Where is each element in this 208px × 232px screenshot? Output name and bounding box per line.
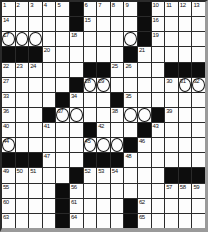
cell-r6c3[interactable]	[29, 78, 42, 92]
block-cell-r5c14	[179, 63, 192, 77]
cell-r11c12[interactable]	[152, 153, 165, 167]
block-cell-r11c7	[84, 153, 97, 167]
clue-number: 45	[85, 138, 91, 145]
clue-number: 20	[44, 47, 50, 54]
block-cell-r4c1	[2, 47, 15, 61]
circle-marker	[29, 32, 42, 46]
cell-r1c13[interactable]: 11	[165, 2, 178, 16]
cell-r7c6[interactable]: 34	[70, 93, 83, 107]
clue-number: 56	[71, 184, 77, 191]
cell-r5c4[interactable]	[43, 63, 56, 77]
block-cell-r11c8	[97, 153, 110, 167]
cell-r2c7[interactable]: 15	[84, 17, 97, 31]
cell-r13c2[interactable]	[16, 184, 29, 198]
cell-r5c2[interactable]: 23	[16, 63, 29, 77]
clue-number: 14	[3, 17, 9, 24]
cell-r15c12[interactable]	[152, 214, 165, 228]
block-cell-r5c15	[192, 63, 205, 77]
cell-r6c9[interactable]	[111, 78, 124, 92]
cell-r6c4[interactable]	[43, 78, 56, 92]
cell-r1c2[interactable]: 2	[16, 2, 29, 16]
cell-r7c1[interactable]: 33	[2, 93, 15, 107]
clue-number: 12	[180, 2, 186, 9]
clue-number: 62	[139, 199, 145, 206]
clue-number: 47	[44, 153, 50, 160]
cell-r10c8[interactable]	[97, 138, 110, 152]
clue-number: 7	[98, 2, 101, 9]
clue-number: 49	[3, 168, 9, 175]
cell-r8c5[interactable]: 37	[56, 108, 69, 122]
block-cell-r7c9	[111, 93, 124, 107]
clue-number: 26	[125, 63, 131, 70]
clue-number: 31	[180, 78, 186, 85]
cell-r2c8[interactable]	[97, 17, 110, 31]
block-cell-r8c12	[152, 108, 165, 122]
cell-r3c13[interactable]	[165, 32, 178, 46]
clue-number: 15	[85, 17, 91, 24]
cell-r6c10[interactable]	[124, 78, 137, 92]
cell-r7c10[interactable]: 35	[124, 93, 137, 107]
clue-number: 53	[98, 168, 104, 175]
cell-r6c7[interactable]: 28	[84, 78, 97, 92]
cell-r6c1[interactable]: 27	[2, 78, 15, 92]
cell-r6c12[interactable]	[152, 78, 165, 92]
clue-number: 37	[57, 108, 63, 115]
block-cell-r5c13	[165, 63, 178, 77]
cell-r12c9[interactable]: 54	[111, 168, 124, 182]
clue-number: 46	[139, 138, 145, 145]
cell-r3c14[interactable]	[179, 32, 192, 46]
cell-r9c13[interactable]	[165, 123, 178, 137]
cell-r7c14[interactable]	[179, 93, 192, 107]
cell-r9c10[interactable]	[124, 123, 137, 137]
cell-r9c15[interactable]	[192, 123, 205, 137]
cell-r1c1[interactable]: 1	[2, 2, 15, 16]
clue-number: 63	[3, 214, 9, 221]
cell-r6c13[interactable]: 30	[165, 78, 178, 92]
cell-r11c4[interactable]: 47	[43, 153, 56, 167]
clue-number: 60	[3, 199, 9, 206]
cell-r2c1[interactable]: 14	[2, 17, 15, 31]
cell-r8c14[interactable]	[179, 108, 192, 122]
clue-number: 57	[166, 184, 172, 191]
cell-r3c6[interactable]: 18	[70, 32, 83, 46]
block-cell-r15c10	[124, 214, 137, 228]
clue-number: 30	[166, 78, 172, 85]
block-cell-r12c14	[179, 168, 192, 182]
cell-r14c11[interactable]: 62	[138, 199, 151, 213]
cell-r13c8[interactable]	[97, 184, 110, 198]
cell-r5c6[interactable]	[70, 63, 83, 77]
cell-r1c4[interactable]: 4	[43, 2, 56, 16]
circle-marker	[124, 108, 137, 122]
cell-r4c12[interactable]	[152, 47, 165, 61]
clue-number: 17	[3, 32, 9, 39]
cell-r5c9[interactable]: 25	[111, 63, 124, 77]
cell-r11c6[interactable]	[70, 153, 83, 167]
cell-r9c4[interactable]: 41	[43, 123, 56, 137]
cell-r11c15[interactable]	[192, 153, 205, 167]
cell-r13c6[interactable]: 56	[70, 184, 83, 198]
cell-r8c7[interactable]	[84, 108, 97, 122]
block-cell-r5c7	[84, 63, 97, 77]
cell-r13c10[interactable]	[124, 184, 137, 198]
cell-r4c7[interactable]	[84, 47, 97, 61]
block-cell-r9c7	[84, 123, 97, 137]
cell-r3c9[interactable]	[111, 32, 124, 46]
clue-number: 48	[125, 153, 131, 160]
clue-number: 8	[112, 2, 115, 9]
cell-r1c7[interactable]: 6	[84, 2, 97, 16]
cell-r12c3[interactable]: 51	[29, 168, 42, 182]
cell-r14c3[interactable]	[29, 199, 42, 213]
clue-number: 59	[193, 184, 199, 191]
cell-r9c9[interactable]	[111, 123, 124, 137]
clue-number: 1	[3, 2, 6, 9]
cell-r6c14[interactable]: 31	[179, 78, 192, 92]
cell-r13c4[interactable]	[43, 184, 56, 198]
cell-r2c2[interactable]	[16, 17, 29, 31]
cell-r5c11[interactable]	[138, 63, 151, 77]
cell-r4c14[interactable]	[179, 47, 192, 61]
block-cell-r5c8	[97, 63, 110, 77]
cell-r10c7[interactable]: 45	[84, 138, 97, 152]
cell-r13c12[interactable]	[152, 184, 165, 198]
cell-r13c11[interactable]	[138, 184, 151, 198]
cell-r14c2[interactable]	[16, 199, 29, 213]
cell-r8c9[interactable]: 38	[111, 108, 124, 122]
cell-r13c3[interactable]	[29, 184, 42, 198]
circle-marker	[16, 32, 29, 46]
cell-r5c12[interactable]	[152, 63, 165, 77]
cell-r15c7[interactable]	[84, 214, 97, 228]
clue-number: 51	[30, 168, 36, 175]
block-cell-r9c11	[138, 123, 151, 137]
cell-r15c13[interactable]	[165, 214, 178, 228]
cell-r15c3[interactable]	[29, 214, 42, 228]
cell-r6c11[interactable]	[138, 78, 151, 92]
cell-r11c14[interactable]	[179, 153, 192, 167]
cell-r14c1[interactable]: 60	[2, 199, 15, 213]
cell-r3c8[interactable]	[97, 32, 110, 46]
clue-number: 54	[112, 168, 118, 175]
clue-number: 55	[3, 184, 9, 191]
block-cell-r10c10	[124, 138, 137, 152]
block-cell-r4c3	[29, 47, 42, 61]
cell-r2c3[interactable]	[29, 17, 42, 31]
cell-r3c12[interactable]: 19	[152, 32, 165, 46]
cell-r10c13[interactable]	[165, 138, 178, 152]
circle-marker	[138, 108, 151, 122]
clue-number: 29	[98, 78, 104, 85]
clue-number: 38	[112, 108, 118, 115]
cell-r1c14[interactable]: 12	[179, 2, 192, 16]
cell-r3c2[interactable]	[16, 32, 29, 46]
circle-marker	[97, 138, 110, 152]
clue-number: 23	[17, 63, 23, 70]
clue-number: 11	[166, 2, 171, 9]
cell-r14c6[interactable]: 61	[70, 199, 83, 213]
cell-r10c6[interactable]	[70, 138, 83, 152]
block-cell-r1c6	[70, 2, 83, 16]
cell-r3c3[interactable]	[29, 32, 42, 46]
cell-r8c1[interactable]: 36	[2, 108, 15, 122]
cell-r14c13[interactable]	[165, 199, 178, 213]
cell-r10c12[interactable]	[152, 138, 165, 152]
cell-r15c9[interactable]	[111, 214, 124, 228]
cell-r3c15[interactable]	[192, 32, 205, 46]
cell-r2c9[interactable]	[111, 17, 124, 31]
cell-r13c1[interactable]: 55	[2, 184, 15, 198]
clue-number: 50	[17, 168, 23, 175]
cell-r4c8[interactable]	[97, 47, 110, 61]
cell-r4c5[interactable]	[56, 47, 69, 61]
cell-r5c1[interactable]: 22	[2, 63, 15, 77]
cell-r1c3[interactable]: 3	[29, 2, 42, 16]
block-cell-r2c6	[70, 17, 83, 31]
clue-number: 6	[85, 2, 88, 9]
block-cell-r11c9	[111, 153, 124, 167]
cell-r9c8[interactable]: 42	[97, 123, 110, 137]
clue-number: 10	[153, 2, 159, 9]
cell-r7c3[interactable]	[29, 93, 42, 107]
clue-number: 25	[112, 63, 118, 70]
clue-number: 3	[30, 2, 33, 9]
cell-r15c8[interactable]	[97, 214, 110, 228]
cell-r12c12[interactable]	[152, 168, 165, 182]
cell-r14c9[interactable]	[111, 199, 124, 213]
clue-number: 16	[153, 17, 159, 24]
block-cell-r15c5	[56, 214, 69, 228]
cell-r6c2[interactable]	[16, 78, 29, 92]
cell-r14c12[interactable]	[152, 199, 165, 213]
cell-r8c3[interactable]	[29, 108, 42, 122]
cell-r7c8[interactable]	[97, 93, 110, 107]
cell-r15c14[interactable]	[179, 214, 192, 228]
cell-r13c7[interactable]	[84, 184, 97, 198]
cell-r7c4[interactable]	[43, 93, 56, 107]
block-cell-r4c2	[16, 47, 29, 61]
block-cell-r8c4	[43, 108, 56, 122]
cell-r8c2[interactable]	[16, 108, 29, 122]
cell-r7c12[interactable]	[152, 93, 165, 107]
cell-r10c4[interactable]	[43, 138, 56, 152]
block-cell-r13c5	[56, 184, 69, 198]
cell-r9c14[interactable]	[179, 123, 192, 137]
cell-r3c5[interactable]	[56, 32, 69, 46]
clue-number: 42	[98, 123, 104, 130]
clue-number: 61	[71, 199, 77, 206]
cell-r12c1[interactable]: 49	[2, 168, 15, 182]
cell-r12c4[interactable]	[43, 168, 56, 182]
block-cell-r6c6	[70, 78, 83, 92]
cell-r1c8[interactable]: 7	[97, 2, 110, 16]
cell-r11c13[interactable]	[165, 153, 178, 167]
cell-r1c12[interactable]: 10	[152, 2, 165, 16]
clue-number: 40	[3, 123, 9, 130]
cell-r14c14[interactable]	[179, 199, 192, 213]
cell-r4c11[interactable]: 21	[138, 47, 151, 61]
cell-r1c5[interactable]: 5	[56, 2, 69, 16]
cell-r2c14[interactable]	[179, 17, 192, 31]
clue-number: 24	[30, 63, 36, 70]
cell-r5c10[interactable]: 26	[124, 63, 137, 77]
cell-r14c4[interactable]	[43, 199, 56, 213]
clue-number: 36	[3, 108, 9, 115]
cell-r8c8[interactable]	[97, 108, 110, 122]
clue-number: 39	[166, 108, 172, 115]
cell-r7c7[interactable]	[84, 93, 97, 107]
cell-r2c10[interactable]	[124, 17, 137, 31]
clue-number: 35	[125, 93, 131, 100]
cell-r9c3[interactable]	[29, 123, 42, 137]
cell-r3c1[interactable]: 17	[2, 32, 15, 46]
cell-r7c13[interactable]	[165, 93, 178, 107]
cell-r3c10[interactable]	[124, 32, 137, 46]
cell-r1c10[interactable]: 9	[124, 2, 137, 16]
block-cell-r11c3	[29, 153, 42, 167]
circle-marker	[111, 138, 124, 152]
clue-number: 18	[71, 32, 77, 39]
cell-r10c14[interactable]	[179, 138, 192, 152]
block-cell-r11c1	[2, 153, 15, 167]
cell-r1c9[interactable]: 8	[111, 2, 124, 16]
cell-r12c10[interactable]	[124, 168, 137, 182]
cell-r8c6[interactable]	[70, 108, 83, 122]
clue-number: 44	[3, 138, 9, 145]
block-cell-r12c13	[165, 168, 178, 182]
cell-r12c8[interactable]: 53	[97, 168, 110, 182]
cell-r12c2[interactable]: 50	[16, 168, 29, 182]
clue-number: 34	[71, 93, 77, 100]
clue-number: 22	[3, 63, 9, 70]
cell-r4c13[interactable]	[165, 47, 178, 61]
clue-number: 58	[180, 184, 186, 191]
block-cell-r3c11	[138, 32, 151, 46]
clue-number: 27	[3, 78, 9, 85]
cell-r10c1[interactable]: 44	[2, 138, 15, 152]
clue-number: 21	[139, 47, 145, 54]
cell-r12c7[interactable]: 52	[84, 168, 97, 182]
clue-number: 19	[153, 32, 159, 39]
cell-r3c4[interactable]	[43, 32, 56, 46]
clue-number: 33	[3, 93, 9, 100]
clue-number: 4	[44, 2, 47, 9]
cell-r8c13[interactable]: 39	[165, 108, 178, 122]
cell-r8c10[interactable]	[124, 108, 137, 122]
cell-r6c15[interactable]: 32	[192, 78, 205, 92]
cell-r13c9[interactable]	[111, 184, 124, 198]
cell-r2c15[interactable]	[192, 17, 205, 31]
cell-r9c6[interactable]	[70, 123, 83, 137]
clue-number: 13	[193, 2, 199, 9]
cell-r10c3[interactable]	[29, 138, 42, 152]
cell-r4c15[interactable]	[192, 47, 205, 61]
cell-r1c15[interactable]: 13	[192, 2, 205, 16]
clue-number: 2	[17, 2, 20, 9]
cell-r9c2[interactable]	[16, 123, 29, 137]
cell-r13c15[interactable]: 59	[192, 184, 205, 198]
clue-number: 5	[57, 2, 60, 9]
cell-r4c9[interactable]	[111, 47, 124, 61]
cell-r5c3[interactable]: 24	[29, 63, 42, 77]
cell-r7c15[interactable]	[192, 93, 205, 107]
block-cell-r12c6	[70, 168, 83, 182]
cell-r6c5[interactable]	[56, 78, 69, 92]
cell-r15c15[interactable]	[192, 214, 205, 228]
cell-r14c7[interactable]	[84, 199, 97, 213]
clue-number: 43	[153, 123, 159, 130]
cell-r9c1[interactable]: 40	[2, 123, 15, 137]
cell-r12c5[interactable]	[56, 168, 69, 182]
block-cell-r11c2	[16, 153, 29, 167]
cell-r4c6[interactable]	[70, 47, 83, 61]
cell-r13c13[interactable]: 57	[165, 184, 178, 198]
cell-r6c8[interactable]: 29	[97, 78, 110, 92]
cell-r11c10[interactable]: 48	[124, 153, 137, 167]
clue-number: 9	[125, 2, 128, 9]
cell-r2c5[interactable]	[56, 17, 69, 31]
block-cell-r14c5	[56, 199, 69, 213]
circle-marker	[124, 32, 137, 46]
cell-r15c1[interactable]: 63	[2, 214, 15, 228]
cell-r4c4[interactable]: 20	[43, 47, 56, 61]
cell-r10c9[interactable]	[111, 138, 124, 152]
cell-r10c15[interactable]	[192, 138, 205, 152]
block-cell-r12c15	[192, 168, 205, 182]
cell-r7c11[interactable]	[138, 93, 151, 107]
cell-r8c11[interactable]	[138, 108, 151, 122]
cell-r10c5[interactable]	[56, 138, 69, 152]
block-cell-r7c5	[56, 93, 69, 107]
cell-r12c11[interactable]	[138, 168, 151, 182]
cell-r2c13[interactable]	[165, 17, 178, 31]
cell-r15c6[interactable]: 64	[70, 214, 83, 228]
clue-number: 64	[71, 214, 77, 221]
cell-r13c14[interactable]: 58	[179, 184, 192, 198]
crossword-grid: 1234567891011121314151617181920212223242…	[0, 0, 208, 232]
block-cell-r14c10	[124, 199, 137, 213]
cell-r2c4[interactable]	[43, 17, 56, 31]
crossword-board: 1234567891011121314151617181920212223242…	[0, 0, 208, 232]
cell-r10c2[interactable]	[16, 138, 29, 152]
cell-r11c5[interactable]	[56, 153, 69, 167]
cell-r2c12[interactable]: 16	[152, 17, 165, 31]
clue-number: 41	[44, 123, 50, 130]
block-cell-r1c11	[138, 2, 151, 16]
clue-number: 32	[193, 78, 199, 85]
cell-r3c7[interactable]	[84, 32, 97, 46]
cell-r7c2[interactable]	[16, 93, 29, 107]
circle-marker	[70, 108, 83, 122]
cell-r8c15[interactable]	[192, 108, 205, 122]
clue-number: 28	[85, 78, 91, 85]
cell-r9c5[interactable]	[56, 123, 69, 137]
block-cell-r4c10	[124, 47, 137, 61]
cell-r15c2[interactable]	[16, 214, 29, 228]
cell-r14c8[interactable]	[97, 199, 110, 213]
cell-r15c4[interactable]	[43, 214, 56, 228]
clue-number: 52	[85, 168, 91, 175]
cell-r10c11[interactable]: 46	[138, 138, 151, 152]
cell-r5c5[interactable]	[56, 63, 69, 77]
cell-r11c11[interactable]	[138, 153, 151, 167]
cell-r15c11[interactable]: 65	[138, 214, 151, 228]
cell-r14c15[interactable]	[192, 199, 205, 213]
block-cell-r2c11	[138, 17, 151, 31]
clue-number: 65	[139, 214, 145, 221]
cell-r9c12[interactable]: 43	[152, 123, 165, 137]
